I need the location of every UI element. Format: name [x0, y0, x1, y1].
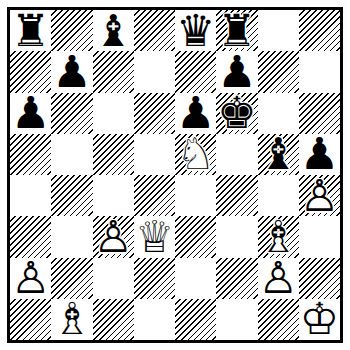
black-pawn: ♟	[299, 134, 340, 175]
black-rook-glyph: ♜	[216, 10, 257, 51]
square-e1[interactable]	[175, 299, 216, 340]
square-c5[interactable]	[93, 134, 134, 175]
white-queen-glyph: ♕	[134, 216, 175, 257]
black-bishop-glyph: ♝	[93, 10, 134, 51]
black-queen-glyph: ♛	[175, 10, 216, 51]
square-a2[interactable]: ♟♙	[10, 258, 51, 299]
white-queen: ♛♕	[134, 216, 175, 257]
white-bishop: ♝♗	[51, 299, 92, 340]
square-c8[interactable]: ♝	[93, 10, 134, 51]
square-b3[interactable]	[51, 216, 92, 257]
black-bishop-glyph: ♝	[258, 134, 299, 175]
black-king: ♚	[216, 93, 257, 134]
black-pawn-glyph: ♟	[51, 51, 92, 92]
white-pawn-glyph: ♙	[10, 258, 51, 299]
black-bishop: ♝	[93, 10, 134, 51]
white-knight-glyph: ♘	[175, 134, 216, 175]
square-h4[interactable]: ♟♙	[299, 175, 340, 216]
square-f6[interactable]: ♚	[216, 93, 257, 134]
square-b5[interactable]	[51, 134, 92, 175]
square-a4[interactable]	[10, 175, 51, 216]
square-h7[interactable]	[299, 51, 340, 92]
white-pawn: ♟♙	[299, 175, 340, 216]
square-e5[interactable]: ♞♘	[175, 134, 216, 175]
square-h3[interactable]	[299, 216, 340, 257]
white-pawn-silhouette: ♟	[10, 258, 51, 299]
page: ♜♝♛♜♟♟♟♟♚♞♘♝♟♟♙♟♙♛♕♝♗♟♙♟♙♝♗♚♔	[0, 0, 350, 350]
square-g5[interactable]: ♝	[258, 134, 299, 175]
black-pawn: ♟	[51, 51, 92, 92]
white-pawn-glyph: ♙	[258, 258, 299, 299]
white-bishop-glyph: ♗	[51, 299, 92, 340]
white-pawn-glyph: ♙	[93, 216, 134, 257]
square-c7[interactable]	[93, 51, 134, 92]
square-e4[interactable]	[175, 175, 216, 216]
square-d4[interactable]	[134, 175, 175, 216]
square-d6[interactable]	[134, 93, 175, 134]
square-e6[interactable]: ♟	[175, 93, 216, 134]
square-c4[interactable]	[93, 175, 134, 216]
black-bishop: ♝	[258, 134, 299, 175]
white-pawn: ♟♙	[258, 258, 299, 299]
black-pawn: ♟	[216, 51, 257, 92]
square-b1[interactable]: ♝♗	[51, 299, 92, 340]
square-d1[interactable]	[134, 299, 175, 340]
square-a6[interactable]: ♟	[10, 93, 51, 134]
black-king-glyph: ♚	[216, 93, 257, 134]
square-d2[interactable]	[134, 258, 175, 299]
square-a1[interactable]	[10, 299, 51, 340]
black-queen: ♛	[175, 10, 216, 51]
square-a5[interactable]	[10, 134, 51, 175]
black-pawn-glyph: ♟	[10, 93, 51, 134]
white-king-silhouette: ♚	[299, 299, 340, 340]
white-pawn-silhouette: ♟	[299, 175, 340, 216]
square-f3[interactable]	[216, 216, 257, 257]
black-pawn: ♟	[10, 93, 51, 134]
square-d7[interactable]	[134, 51, 175, 92]
square-e2[interactable]	[175, 258, 216, 299]
square-e7[interactable]	[175, 51, 216, 92]
white-pawn: ♟♙	[10, 258, 51, 299]
square-f2[interactable]	[216, 258, 257, 299]
square-c1[interactable]	[93, 299, 134, 340]
black-pawn-glyph: ♟	[299, 134, 340, 175]
square-c3[interactable]: ♟♙	[93, 216, 134, 257]
white-knight-silhouette: ♞	[175, 134, 216, 175]
square-g7[interactable]	[258, 51, 299, 92]
white-knight: ♞♘	[175, 134, 216, 175]
square-g3[interactable]: ♝♗	[258, 216, 299, 257]
white-pawn-silhouette: ♟	[93, 216, 134, 257]
square-h5[interactable]: ♟	[299, 134, 340, 175]
white-pawn: ♟♙	[93, 216, 134, 257]
square-f7[interactable]: ♟	[216, 51, 257, 92]
white-pawn-glyph: ♙	[299, 175, 340, 216]
square-d8[interactable]	[134, 10, 175, 51]
black-pawn: ♟	[175, 93, 216, 134]
square-f4[interactable]	[216, 175, 257, 216]
square-g2[interactable]: ♟♙	[258, 258, 299, 299]
white-bishop-silhouette: ♝	[51, 299, 92, 340]
square-d3[interactable]: ♛♕	[134, 216, 175, 257]
square-f8[interactable]: ♜	[216, 10, 257, 51]
square-g4[interactable]	[258, 175, 299, 216]
square-g6[interactable]	[258, 93, 299, 134]
square-b4[interactable]	[51, 175, 92, 216]
square-c2[interactable]	[93, 258, 134, 299]
square-h2[interactable]	[299, 258, 340, 299]
square-h6[interactable]	[299, 93, 340, 134]
white-king: ♚♔	[299, 299, 340, 340]
square-f5[interactable]	[216, 134, 257, 175]
square-a8[interactable]: ♜	[10, 10, 51, 51]
square-b8[interactable]	[51, 10, 92, 51]
white-bishop-silhouette: ♝	[258, 216, 299, 257]
black-rook: ♜	[10, 10, 51, 51]
square-d5[interactable]	[134, 134, 175, 175]
square-b2[interactable]	[51, 258, 92, 299]
square-b7[interactable]: ♟	[51, 51, 92, 92]
black-rook-glyph: ♜	[10, 10, 51, 51]
square-a7[interactable]	[10, 51, 51, 92]
white-queen-silhouette: ♛	[134, 216, 175, 257]
white-pawn-silhouette: ♟	[258, 258, 299, 299]
square-e8[interactable]: ♛	[175, 10, 216, 51]
square-g8[interactable]	[258, 10, 299, 51]
square-a3[interactable]	[10, 216, 51, 257]
square-f1[interactable]	[216, 299, 257, 340]
chess-board: ♜♝♛♜♟♟♟♟♚♞♘♝♟♟♙♟♙♛♕♝♗♟♙♟♙♝♗♚♔	[7, 7, 343, 343]
square-e3[interactable]	[175, 216, 216, 257]
black-rook: ♜	[216, 10, 257, 51]
white-bishop-glyph: ♗	[258, 216, 299, 257]
white-king-glyph: ♔	[299, 299, 340, 340]
square-h1[interactable]: ♚♔	[299, 299, 340, 340]
square-g1[interactable]	[258, 299, 299, 340]
black-pawn-glyph: ♟	[216, 51, 257, 92]
square-c6[interactable]	[93, 93, 134, 134]
white-bishop: ♝♗	[258, 216, 299, 257]
square-b6[interactable]	[51, 93, 92, 134]
black-pawn-glyph: ♟	[175, 93, 216, 134]
square-h8[interactable]	[299, 10, 340, 51]
